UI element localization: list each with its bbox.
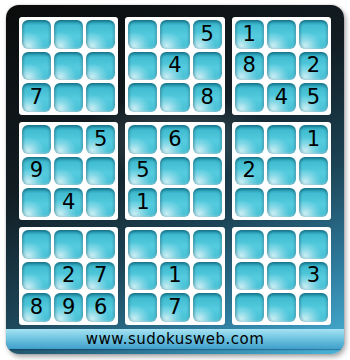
- sudoku-cell[interactable]: [22, 125, 51, 154]
- sudoku-box: 12: [232, 122, 331, 220]
- sudoku-cell[interactable]: [54, 20, 83, 49]
- sudoku-cell[interactable]: 4: [160, 52, 189, 81]
- sudoku-cell[interactable]: [267, 20, 296, 49]
- sudoku-cell[interactable]: [128, 230, 157, 259]
- sudoku-grid: 7548182455946511227896173: [19, 17, 331, 325]
- sudoku-cell[interactable]: [160, 83, 189, 112]
- sudoku-cell[interactable]: 6: [160, 125, 189, 154]
- sudoku-cell[interactable]: [235, 262, 264, 291]
- sudoku-cell[interactable]: [128, 125, 157, 154]
- sudoku-cell[interactable]: [235, 230, 264, 259]
- sudoku-cell[interactable]: 3: [299, 262, 328, 291]
- sudoku-cell[interactable]: [235, 293, 264, 322]
- sudoku-cell[interactable]: [86, 188, 115, 217]
- sudoku-cell[interactable]: [22, 230, 51, 259]
- sudoku-cell[interactable]: [22, 188, 51, 217]
- sudoku-cell[interactable]: [267, 52, 296, 81]
- sudoku-cell[interactable]: [54, 52, 83, 81]
- sudoku-cell[interactable]: [86, 83, 115, 112]
- sudoku-cell[interactable]: [299, 157, 328, 186]
- sudoku-cell[interactable]: 9: [54, 293, 83, 322]
- sudoku-cell[interactable]: [54, 83, 83, 112]
- sudoku-box: 17: [125, 227, 224, 325]
- sudoku-cell[interactable]: [128, 52, 157, 81]
- sudoku-cell[interactable]: [22, 52, 51, 81]
- sudoku-cell[interactable]: [193, 293, 222, 322]
- sudoku-cell[interactable]: 8: [193, 83, 222, 112]
- sudoku-cell[interactable]: [193, 230, 222, 259]
- sudoku-cell[interactable]: 4: [54, 188, 83, 217]
- sudoku-cell[interactable]: 2: [299, 52, 328, 81]
- sudoku-cell[interactable]: [299, 188, 328, 217]
- sudoku-cell[interactable]: [267, 157, 296, 186]
- sudoku-box: 18245: [232, 17, 331, 115]
- sudoku-box: 548: [125, 17, 224, 115]
- sudoku-cell[interactable]: [267, 293, 296, 322]
- sudoku-cell[interactable]: [54, 157, 83, 186]
- sudoku-cell[interactable]: 5: [128, 157, 157, 186]
- sudoku-cell[interactable]: [128, 262, 157, 291]
- sudoku-cell[interactable]: [22, 20, 51, 49]
- sudoku-cell[interactable]: [299, 20, 328, 49]
- sudoku-cell[interactable]: [54, 230, 83, 259]
- sudoku-cell[interactable]: [160, 188, 189, 217]
- sudoku-cell[interactable]: 5: [193, 20, 222, 49]
- sudoku-cell[interactable]: [128, 83, 157, 112]
- footer-bar: www.sudokusweb.com: [6, 329, 344, 349]
- sudoku-box: 27896: [19, 227, 118, 325]
- sudoku-cell[interactable]: [86, 52, 115, 81]
- sudoku-cell[interactable]: [193, 188, 222, 217]
- sudoku-cell[interactable]: 7: [22, 83, 51, 112]
- sudoku-cell[interactable]: [128, 293, 157, 322]
- sudoku-cell[interactable]: 6: [86, 293, 115, 322]
- sudoku-cell[interactable]: 9: [22, 157, 51, 186]
- sudoku-cell[interactable]: [267, 125, 296, 154]
- sudoku-cell[interactable]: 1: [235, 20, 264, 49]
- sudoku-box: 594: [19, 122, 118, 220]
- sudoku-cell[interactable]: 5: [86, 125, 115, 154]
- site-link[interactable]: www.sudokusweb.com: [86, 330, 265, 348]
- sudoku-cell[interactable]: [267, 262, 296, 291]
- sudoku-cell[interactable]: [267, 188, 296, 217]
- sudoku-cell[interactable]: [86, 20, 115, 49]
- sudoku-cell[interactable]: 1: [128, 188, 157, 217]
- sudoku-cell[interactable]: [128, 20, 157, 49]
- sudoku-cell[interactable]: [193, 157, 222, 186]
- sudoku-cell[interactable]: [235, 125, 264, 154]
- sudoku-cell[interactable]: [235, 188, 264, 217]
- sudoku-cell[interactable]: 7: [160, 293, 189, 322]
- sudoku-cell[interactable]: [299, 293, 328, 322]
- sudoku-cell[interactable]: 2: [235, 157, 264, 186]
- sudoku-cell[interactable]: 4: [267, 83, 296, 112]
- sudoku-board-frame: 7548182455946511227896173 www.sudokusweb…: [6, 5, 344, 354]
- sudoku-cell[interactable]: [86, 157, 115, 186]
- sudoku-cell[interactable]: [193, 125, 222, 154]
- sudoku-cell[interactable]: 2: [54, 262, 83, 291]
- sudoku-cell[interactable]: 1: [160, 262, 189, 291]
- sudoku-box: 7: [19, 17, 118, 115]
- sudoku-cell[interactable]: [160, 157, 189, 186]
- sudoku-box: 651: [125, 122, 224, 220]
- sudoku-cell[interactable]: [267, 230, 296, 259]
- sudoku-box: 3: [232, 227, 331, 325]
- sudoku-cell[interactable]: [22, 262, 51, 291]
- sudoku-cell[interactable]: [160, 20, 189, 49]
- sudoku-cell[interactable]: [193, 262, 222, 291]
- sudoku-cell[interactable]: [86, 230, 115, 259]
- sudoku-cell[interactable]: 8: [22, 293, 51, 322]
- sudoku-cell[interactable]: [235, 83, 264, 112]
- sudoku-cell[interactable]: 7: [86, 262, 115, 291]
- sudoku-cell[interactable]: [299, 230, 328, 259]
- sudoku-cell[interactable]: 1: [299, 125, 328, 154]
- sudoku-cell[interactable]: 8: [235, 52, 264, 81]
- sudoku-cell[interactable]: [193, 52, 222, 81]
- sudoku-cell[interactable]: [54, 125, 83, 154]
- sudoku-cell[interactable]: 5: [299, 83, 328, 112]
- sudoku-cell[interactable]: [160, 230, 189, 259]
